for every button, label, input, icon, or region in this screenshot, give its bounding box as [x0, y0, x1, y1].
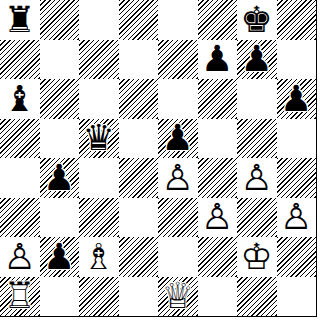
square-d8[interactable] — [119, 0, 159, 40]
piece-glyph: ♟ — [162, 120, 194, 156]
square-a7[interactable] — [0, 40, 40, 80]
piece-white-pawn[interactable]: ♟♙ — [201, 199, 233, 235]
square-b7[interactable] — [40, 40, 80, 80]
square-g8[interactable]: ♚ — [237, 0, 277, 40]
square-e6[interactable] — [158, 79, 198, 119]
square-e5[interactable]: ♟ — [158, 119, 198, 159]
piece-black-pawn[interactable]: ♟ — [280, 81, 312, 117]
square-d2[interactable] — [119, 237, 159, 277]
piece-white-bishop[interactable]: ♝♗ — [83, 239, 115, 275]
square-g6[interactable] — [237, 79, 277, 119]
square-h8[interactable] — [277, 0, 317, 40]
square-h6[interactable]: ♟ — [277, 79, 317, 119]
piece-black-king[interactable]: ♚ — [241, 2, 273, 38]
square-a8[interactable]: ♜ — [0, 0, 40, 40]
square-c3[interactable] — [79, 198, 119, 238]
piece-black-pawn[interactable]: ♟ — [241, 41, 273, 77]
square-b5[interactable] — [40, 119, 80, 159]
square-d7[interactable] — [119, 40, 159, 80]
square-e1[interactable]: ♛♕ — [158, 277, 198, 317]
piece-glyph: ♟ — [280, 81, 312, 117]
square-a6[interactable]: ♝ — [0, 79, 40, 119]
piece-glyph: ♗ — [83, 239, 115, 275]
piece-glyph: ♙ — [241, 160, 273, 196]
square-f2[interactable] — [198, 237, 238, 277]
square-h7[interactable] — [277, 40, 317, 80]
square-g1[interactable] — [237, 277, 277, 317]
piece-white-pawn[interactable]: ♟♙ — [280, 199, 312, 235]
piece-glyph: ♟ — [43, 160, 75, 196]
square-a1[interactable]: ♜♖ — [0, 277, 40, 317]
piece-black-rook[interactable]: ♜ — [4, 2, 36, 38]
square-f5[interactable] — [198, 119, 238, 159]
piece-white-king[interactable]: ♚♔ — [241, 239, 273, 275]
piece-white-pawn[interactable]: ♟♙ — [241, 160, 273, 196]
piece-glyph: ♕ — [162, 278, 194, 314]
square-d4[interactable] — [119, 158, 159, 198]
square-f1[interactable] — [198, 277, 238, 317]
piece-white-pawn[interactable]: ♟♙ — [162, 160, 194, 196]
chess-board: ♜♚♟♟♝♟♛♟♟♟♙♟♙♟♙♟♙♟♙♟♝♗♚♔♜♖♛♕ — [0, 0, 317, 317]
piece-glyph: ♛ — [83, 120, 115, 156]
square-g5[interactable] — [237, 119, 277, 159]
square-d3[interactable] — [119, 198, 159, 238]
square-e3[interactable] — [158, 198, 198, 238]
square-c1[interactable] — [79, 277, 119, 317]
square-f6[interactable] — [198, 79, 238, 119]
piece-black-pawn[interactable]: ♟ — [162, 120, 194, 156]
piece-glyph: ♜ — [4, 2, 36, 38]
piece-glyph: ♖ — [4, 278, 36, 314]
square-a4[interactable] — [0, 158, 40, 198]
piece-glyph: ♙ — [280, 199, 312, 235]
square-a5[interactable] — [0, 119, 40, 159]
piece-glyph: ♔ — [241, 239, 273, 275]
square-h4[interactable] — [277, 158, 317, 198]
piece-glyph: ♙ — [201, 199, 233, 235]
piece-white-rook[interactable]: ♜♖ — [4, 278, 36, 314]
square-b8[interactable] — [40, 0, 80, 40]
piece-glyph: ♟ — [201, 41, 233, 77]
square-e7[interactable] — [158, 40, 198, 80]
piece-glyph: ♙ — [4, 239, 36, 275]
piece-black-bishop[interactable]: ♝ — [4, 81, 36, 117]
square-e8[interactable] — [158, 0, 198, 40]
square-h3[interactable]: ♟♙ — [277, 198, 317, 238]
square-c2[interactable]: ♝♗ — [79, 237, 119, 277]
square-b4[interactable]: ♟ — [40, 158, 80, 198]
piece-white-pawn[interactable]: ♟♙ — [4, 239, 36, 275]
square-f3[interactable]: ♟♙ — [198, 198, 238, 238]
square-g7[interactable]: ♟ — [237, 40, 277, 80]
chess-diagram: ♜♚♟♟♝♟♛♟♟♟♙♟♙♟♙♟♙♟♙♟♝♗♚♔♜♖♛♕ — [0, 0, 320, 320]
square-d5[interactable] — [119, 119, 159, 159]
square-h2[interactable] — [277, 237, 317, 277]
square-c7[interactable] — [79, 40, 119, 80]
piece-white-queen[interactable]: ♛♕ — [162, 278, 194, 314]
piece-black-pawn[interactable]: ♟ — [43, 160, 75, 196]
square-c8[interactable] — [79, 0, 119, 40]
square-c5[interactable]: ♛ — [79, 119, 119, 159]
square-g4[interactable]: ♟♙ — [237, 158, 277, 198]
piece-black-pawn[interactable]: ♟ — [43, 239, 75, 275]
square-b2[interactable]: ♟ — [40, 237, 80, 277]
square-b1[interactable] — [40, 277, 80, 317]
piece-glyph: ♝ — [4, 81, 36, 117]
square-e2[interactable] — [158, 237, 198, 277]
square-d1[interactable] — [119, 277, 159, 317]
square-b6[interactable] — [40, 79, 80, 119]
square-f8[interactable] — [198, 0, 238, 40]
piece-glyph: ♚ — [241, 2, 273, 38]
square-g2[interactable]: ♚♔ — [237, 237, 277, 277]
square-f7[interactable]: ♟ — [198, 40, 238, 80]
square-a3[interactable] — [0, 198, 40, 238]
square-a2[interactable]: ♟♙ — [0, 237, 40, 277]
square-g3[interactable] — [237, 198, 277, 238]
piece-glyph: ♙ — [162, 160, 194, 196]
square-d6[interactable] — [119, 79, 159, 119]
square-h1[interactable] — [277, 277, 317, 317]
square-f4[interactable] — [198, 158, 238, 198]
piece-glyph: ♟ — [241, 41, 273, 77]
square-c6[interactable] — [79, 79, 119, 119]
piece-black-queen[interactable]: ♛ — [83, 120, 115, 156]
square-e4[interactable]: ♟♙ — [158, 158, 198, 198]
square-h5[interactable] — [277, 119, 317, 159]
piece-glyph: ♟ — [43, 239, 75, 275]
piece-black-pawn[interactable]: ♟ — [201, 41, 233, 77]
square-c4[interactable] — [79, 158, 119, 198]
square-b3[interactable] — [40, 198, 80, 238]
